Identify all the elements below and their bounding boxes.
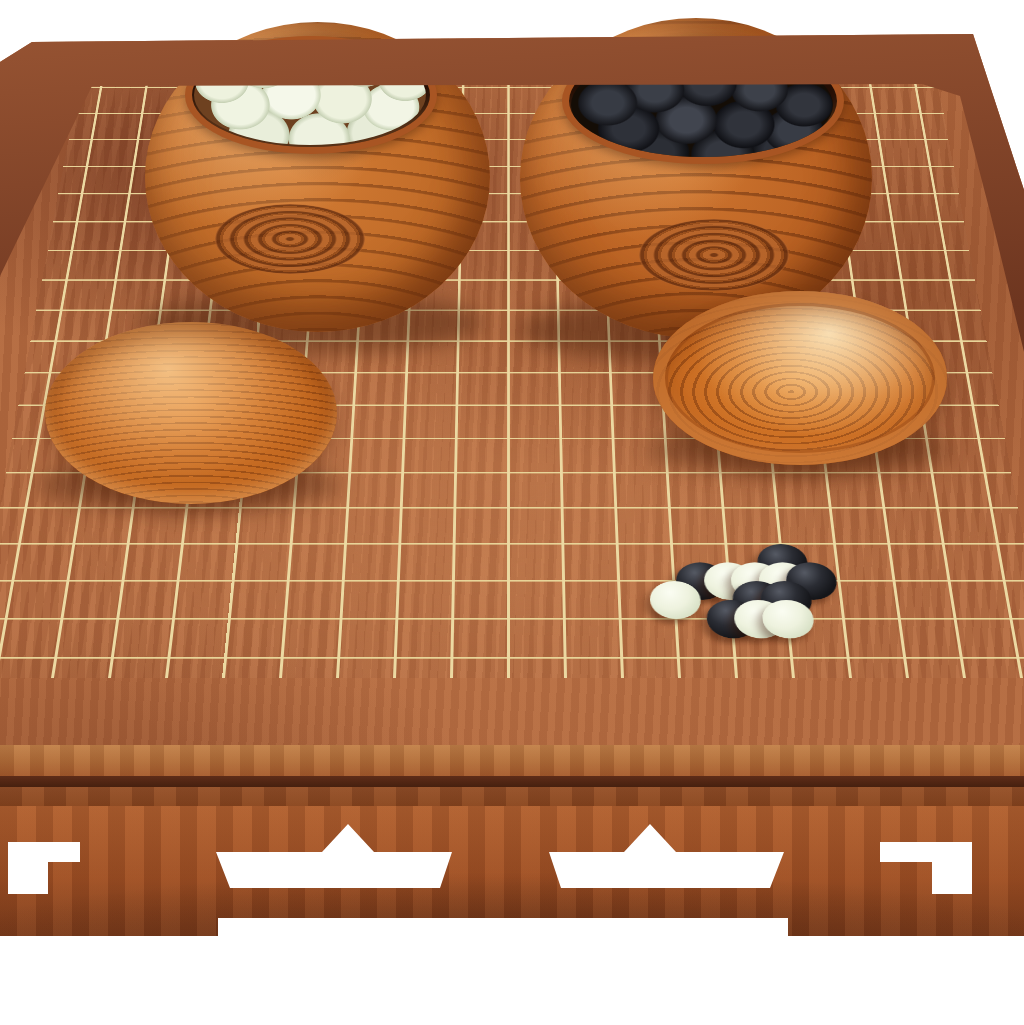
wood-knot	[215, 204, 365, 274]
table-front-ridge	[0, 776, 1024, 787]
stone-white[interactable]	[649, 581, 702, 619]
table-front-edge	[0, 745, 1024, 776]
wood-knot	[639, 219, 789, 291]
table-front-molding	[0, 787, 1024, 806]
bowl-lid-right[interactable]	[653, 291, 947, 465]
bowl-lid-left[interactable]	[45, 322, 337, 504]
go-table-scene	[0, 0, 1024, 1025]
table-apron	[0, 806, 1024, 936]
lid-rim	[653, 291, 947, 465]
